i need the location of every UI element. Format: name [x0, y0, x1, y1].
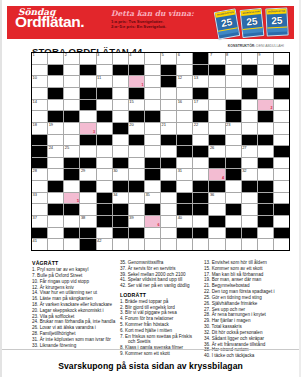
white-cell[interactable] — [242, 193, 257, 204]
white-cell[interactable]: 17 — [193, 100, 208, 111]
white-cell[interactable]: 12 — [177, 76, 192, 87]
white-cell[interactable] — [274, 100, 289, 111]
white-cell[interactable] — [258, 228, 273, 239]
white-cell[interactable] — [177, 181, 192, 192]
black-cell — [32, 228, 47, 239]
white-cell[interactable] — [64, 216, 79, 227]
white-cell[interactable] — [258, 65, 273, 76]
white-cell[interactable]: 28 — [32, 169, 47, 180]
white-cell[interactable]: 21 — [161, 123, 176, 134]
lottery-ticket: SVERIGELOTTEN 25 — [214, 8, 241, 39]
white-cell[interactable] — [32, 204, 47, 215]
pink-solution-cell[interactable]: 1 — [129, 76, 144, 87]
black-cell — [177, 193, 192, 204]
white-cell[interactable] — [258, 123, 273, 134]
white-cell[interactable] — [113, 100, 128, 111]
white-cell[interactable] — [274, 169, 289, 180]
white-cell[interactable] — [97, 181, 112, 192]
white-cell[interactable] — [48, 193, 63, 204]
white-cell[interactable] — [177, 123, 192, 134]
white-cell[interactable] — [48, 169, 63, 180]
black-cell — [129, 228, 144, 239]
solution-letter-index: 6 — [158, 223, 160, 227]
cell-number: 26 — [210, 146, 214, 151]
black-cell — [193, 65, 208, 76]
white-cell[interactable] — [209, 123, 224, 134]
white-cell[interactable] — [274, 76, 289, 87]
white-cell[interactable] — [80, 111, 95, 122]
white-cell[interactable] — [161, 88, 176, 99]
prize-line-2: 2:a–5:e pris: En Sverigelott. — [111, 24, 216, 29]
white-cell[interactable] — [145, 239, 160, 250]
white-cell[interactable] — [274, 53, 289, 64]
white-cell[interactable]: 2 — [64, 53, 79, 64]
black-cell — [80, 65, 95, 76]
black-cell — [113, 65, 128, 76]
white-cell[interactable] — [226, 88, 241, 99]
constructor-label: KONSTRUKTÖR: — [228, 44, 256, 48]
white-cell[interactable]: 36 — [209, 193, 224, 204]
white-cell[interactable] — [145, 100, 160, 111]
black-cell — [80, 135, 95, 146]
white-cell[interactable]: 42 — [97, 239, 112, 250]
white-cell[interactable] — [48, 135, 63, 146]
down-clue-list: 1. Bräde med toppar på2. Blir gjord till… — [120, 299, 200, 356]
white-cell[interactable] — [48, 228, 63, 239]
black-cell — [113, 216, 128, 227]
white-cell[interactable] — [242, 100, 257, 111]
crossword-grid[interactable]: 1234567891011112131415161721819320212223… — [32, 53, 289, 250]
white-cell[interactable] — [129, 146, 144, 157]
white-cell[interactable] — [274, 135, 289, 146]
cell-number: 2 — [65, 53, 67, 58]
white-cell[interactable] — [258, 239, 273, 250]
white-cell[interactable] — [48, 158, 63, 169]
white-cell[interactable] — [226, 193, 241, 204]
white-cell[interactable] — [274, 239, 289, 250]
white-cell[interactable] — [209, 204, 224, 215]
white-cell[interactable] — [97, 146, 112, 157]
white-cell[interactable] — [226, 239, 241, 250]
white-cell[interactable] — [32, 181, 47, 192]
white-cell[interactable]: 32 — [242, 169, 257, 180]
clues-column-3: 13. Envishet som hör till åldern15. Komm… — [204, 260, 292, 359]
clue-item: 1. Pryl som tar av en kapsyl — [32, 267, 116, 272]
white-cell[interactable]: 40 — [177, 216, 192, 227]
white-cell[interactable]: 4 — [129, 53, 144, 64]
white-cell[interactable]: 10 — [32, 76, 47, 87]
white-cell[interactable] — [274, 158, 289, 169]
white-cell[interactable] — [193, 239, 208, 250]
white-cell[interactable] — [145, 53, 160, 64]
white-cell[interactable] — [113, 135, 128, 146]
solution-letter-index: 3 — [93, 130, 95, 134]
white-cell[interactable] — [177, 88, 192, 99]
black-cell — [193, 204, 208, 215]
white-cell[interactable]: 24 — [48, 146, 63, 157]
cell-number: 13 — [194, 76, 198, 81]
white-cell[interactable] — [242, 76, 257, 87]
clue-item: 39. Sekel mellan 2000 och 2100 — [120, 272, 200, 277]
clue-item: 35. Genomsnittssiffra — [120, 260, 200, 265]
white-cell[interactable] — [129, 239, 144, 250]
white-cell[interactable] — [113, 146, 128, 157]
cell-number: 10 — [33, 76, 37, 81]
cell-number: 34 — [113, 193, 117, 198]
white-cell[interactable] — [145, 135, 160, 146]
white-cell[interactable] — [177, 111, 192, 122]
white-cell[interactable] — [226, 65, 241, 76]
white-cell[interactable]: 22 — [193, 123, 208, 134]
cell-number: 33 — [33, 193, 37, 198]
white-cell[interactable] — [129, 193, 144, 204]
white-cell[interactable]: 38 — [80, 216, 95, 227]
lottery-tickets: SVERIGELOTTEN 25 SVERIGELOTTEN 25 SVERIG… — [216, 8, 290, 37]
white-cell[interactable] — [48, 216, 63, 227]
white-cell[interactable] — [242, 111, 257, 122]
white-cell[interactable] — [209, 88, 224, 99]
white-cell[interactable] — [129, 169, 144, 180]
white-cell[interactable] — [145, 65, 160, 76]
white-cell[interactable]: 23 — [226, 123, 241, 134]
clue-item: 36. Är ett frånvarande tillstånd — [204, 342, 292, 347]
down-heading: LODRÄTT — [120, 292, 200, 298]
white-cell[interactable] — [226, 181, 241, 192]
publication-logo: Söndag Ordflätan. — [15, 8, 84, 30]
white-cell[interactable] — [32, 111, 47, 122]
clue-item: 7. En friskus som svettas på Friskis och… — [120, 334, 200, 345]
black-cell — [226, 158, 241, 169]
logo-title: Ordflätan. — [15, 13, 84, 30]
white-cell[interactable]: 20 — [129, 123, 144, 134]
white-cell[interactable]: 15 — [129, 100, 144, 111]
black-cell — [32, 146, 47, 157]
white-cell[interactable]: 19 — [48, 123, 63, 134]
black-cell — [209, 216, 224, 227]
white-cell[interactable]: 41 — [32, 239, 47, 250]
white-cell[interactable] — [258, 76, 273, 87]
white-cell[interactable] — [145, 181, 160, 192]
black-cell — [193, 228, 208, 239]
cell-number: 6 — [178, 53, 180, 58]
white-cell[interactable] — [113, 239, 128, 250]
white-cell[interactable]: 11 — [97, 76, 112, 87]
cell-number: 39 — [129, 216, 133, 221]
constructor-credit: KONSTRUKTÖR: DENI ABDULLAHI — [228, 44, 284, 48]
white-cell[interactable]: 25 — [64, 146, 79, 157]
black-cell — [209, 158, 224, 169]
white-cell[interactable] — [161, 204, 176, 215]
clue-item: 34. Sådant ligger och skräpar — [204, 336, 292, 341]
white-cell[interactable] — [113, 88, 128, 99]
black-cell — [97, 111, 112, 122]
pink-solution-cell[interactable]: 4 — [209, 169, 224, 180]
black-cell — [274, 88, 289, 99]
cell-number: 17 — [194, 100, 198, 105]
black-cell — [258, 181, 273, 192]
white-cell[interactable] — [242, 53, 257, 64]
white-cell[interactable] — [161, 228, 176, 239]
clue-item: 21. Begynnelsebostad — [204, 283, 292, 288]
white-cell[interactable] — [64, 181, 79, 192]
white-cell[interactable] — [274, 216, 289, 227]
white-cell[interactable] — [274, 181, 289, 192]
black-cell — [145, 204, 160, 215]
cell-number: 16 — [178, 100, 182, 105]
white-cell[interactable] — [48, 76, 63, 87]
white-cell[interactable] — [209, 228, 224, 239]
white-cell[interactable] — [97, 169, 112, 180]
clue-item: 41. Spelar vildsint band upp till — [120, 277, 200, 282]
white-cell[interactable] — [64, 123, 79, 134]
white-cell[interactable] — [97, 158, 112, 169]
clue-item: 15. Kommer som av ett skott — [204, 266, 292, 271]
white-cell[interactable] — [145, 76, 160, 87]
white-cell[interactable]: 7 — [209, 53, 224, 64]
white-cell[interactable] — [209, 239, 224, 250]
white-cell[interactable] — [193, 169, 208, 180]
cell-number: 19 — [49, 123, 53, 128]
cell-number: 20 — [129, 123, 133, 128]
white-cell[interactable] — [97, 100, 112, 111]
clue-item: 5. Kommer från höstack — [120, 322, 200, 327]
white-cell[interactable]: 31 — [177, 169, 192, 180]
white-cell[interactable] — [64, 76, 79, 87]
white-cell[interactable] — [274, 193, 289, 204]
clue-item: 17. Man kan bli så förbannad — [204, 272, 292, 277]
white-cell[interactable] — [177, 65, 192, 76]
cell-number: 1 — [33, 53, 35, 58]
black-cell — [80, 100, 95, 111]
white-cell[interactable]: 1 — [32, 53, 47, 64]
white-cell[interactable]: 6 — [177, 53, 192, 64]
pink-solution-cell[interactable]: 5 — [64, 193, 79, 204]
black-cell — [177, 135, 192, 146]
cell-number: 22 — [194, 123, 198, 128]
clue-item: 42. Ser väl ner på en vanlig dödlig — [120, 283, 200, 288]
white-cell[interactable] — [145, 146, 160, 157]
white-cell[interactable] — [226, 216, 241, 227]
white-cell[interactable]: 14 — [32, 100, 47, 111]
white-cell[interactable] — [145, 123, 160, 134]
white-cell[interactable] — [32, 88, 47, 99]
white-cell[interactable]: 5 — [161, 53, 176, 64]
white-cell[interactable] — [242, 158, 257, 169]
black-cell — [48, 88, 63, 99]
black-cell — [274, 204, 289, 215]
white-cell[interactable] — [274, 111, 289, 122]
white-cell[interactable]: 34 — [113, 193, 128, 204]
white-cell[interactable] — [129, 158, 144, 169]
white-cell[interactable] — [64, 88, 79, 99]
clue-item: 20. Lagar skeppskock ekonomiskt i — [32, 308, 116, 313]
white-cell[interactable] — [161, 169, 176, 180]
cell-number: 41 — [33, 239, 37, 244]
cell-number: 5 — [162, 53, 164, 58]
black-cell — [129, 88, 144, 99]
white-cell[interactable] — [97, 123, 112, 134]
white-cell[interactable]: 26 — [209, 146, 224, 157]
white-cell[interactable] — [161, 111, 176, 122]
black-cell — [113, 123, 128, 134]
cell-number: 3 — [97, 53, 99, 58]
white-cell[interactable] — [161, 193, 176, 204]
white-cell[interactable] — [177, 239, 192, 250]
black-cell — [145, 158, 160, 169]
cell-number: 8 — [226, 53, 228, 58]
white-cell[interactable] — [258, 88, 273, 99]
clue-item: 1. Bräde med toppar på — [120, 299, 200, 304]
white-cell[interactable] — [177, 158, 192, 169]
white-cell[interactable]: 8 — [226, 53, 241, 64]
white-cell[interactable] — [258, 146, 273, 157]
white-cell[interactable] — [145, 88, 160, 99]
cell-number: 9 — [258, 53, 260, 58]
black-cell — [48, 65, 63, 76]
white-cell[interactable] — [32, 65, 47, 76]
black-cell — [258, 135, 273, 146]
cell-number: 38 — [81, 216, 85, 221]
white-cell[interactable]: 39 — [129, 216, 144, 227]
cell-number: 36 — [210, 193, 214, 198]
clue-item: 32. Dit hör också personalen — [204, 330, 292, 335]
black-cell — [80, 239, 95, 250]
clue-item: 30. Total kassakris — [204, 324, 292, 329]
white-cell[interactable]: 27 — [242, 146, 257, 157]
white-cell[interactable] — [80, 193, 95, 204]
white-cell[interactable] — [64, 65, 79, 76]
black-cell — [129, 135, 144, 146]
white-cell[interactable] — [97, 65, 112, 76]
white-cell[interactable] — [64, 239, 79, 250]
white-cell[interactable] — [80, 204, 95, 215]
white-cell[interactable]: 18 — [32, 123, 47, 134]
white-cell[interactable]: 37 — [32, 216, 47, 227]
white-cell[interactable] — [129, 204, 144, 215]
white-cell[interactable] — [48, 239, 63, 250]
white-cell[interactable] — [161, 216, 176, 227]
clue-item: 29. Har fjärilar i magen — [204, 318, 292, 323]
black-cell — [226, 228, 241, 239]
white-cell[interactable] — [242, 216, 257, 227]
white-cell[interactable] — [242, 204, 257, 215]
solution-letter-index: 2 — [270, 106, 272, 110]
white-cell[interactable] — [258, 169, 273, 180]
clue-item: 33. Liknande förening — [32, 343, 116, 348]
black-cell — [258, 216, 273, 227]
white-cell[interactable] — [226, 76, 241, 87]
black-cell — [161, 65, 176, 76]
clue-item: 37. Är servis för en servitris — [120, 266, 200, 271]
white-cell[interactable] — [80, 146, 95, 157]
white-cell[interactable] — [113, 53, 128, 64]
black-cell — [80, 228, 95, 239]
clue-item: 19. Bor man, anser där man — [204, 277, 292, 282]
white-cell[interactable] — [274, 123, 289, 134]
white-cell[interactable] — [161, 146, 176, 157]
white-cell[interactable]: 33 — [32, 193, 47, 204]
white-cell[interactable] — [48, 53, 63, 64]
cell-number: 32 — [242, 169, 246, 174]
cell-number: 11 — [97, 76, 101, 81]
white-cell[interactable] — [161, 100, 176, 111]
white-cell[interactable] — [80, 53, 95, 64]
lottery-ticket: SVERIGELOTTEN 25 — [265, 7, 288, 36]
white-cell[interactable] — [242, 123, 257, 134]
white-cell[interactable]: 35 — [145, 193, 160, 204]
pink-solution-cell[interactable]: 3 — [80, 123, 95, 134]
black-cell — [145, 111, 160, 122]
white-cell[interactable] — [193, 216, 208, 227]
white-cell[interactable] — [145, 228, 160, 239]
black-cell — [242, 88, 257, 99]
cell-number: 31 — [178, 169, 182, 174]
clue-item: 28. Familjetillhörighet — [32, 331, 116, 336]
cell-number: 23 — [226, 123, 230, 128]
white-cell[interactable] — [209, 100, 224, 111]
prize-info: Detta kan du vinna: 1:a pris: Två Sverig… — [111, 9, 216, 30]
white-cell[interactable] — [64, 135, 79, 146]
white-cell[interactable] — [209, 111, 224, 122]
black-cell — [161, 181, 176, 192]
white-cell[interactable] — [193, 158, 208, 169]
black-cell — [32, 158, 47, 169]
white-cell[interactable]: 29 — [80, 169, 95, 180]
cell-number: 30 — [113, 169, 117, 174]
white-cell[interactable] — [113, 76, 128, 87]
black-cell — [226, 169, 241, 180]
black-cell — [97, 204, 112, 215]
white-cell[interactable] — [48, 100, 63, 111]
white-cell[interactable] — [226, 146, 241, 157]
pink-solution-cell[interactable]: 2 — [258, 100, 273, 111]
black-cell — [129, 111, 144, 122]
white-cell[interactable] — [97, 228, 112, 239]
black-cell — [258, 204, 273, 215]
clue-item: 4. Forum för bra relationer — [120, 316, 200, 321]
black-cell — [193, 181, 208, 192]
white-cell[interactable] — [161, 239, 176, 250]
white-cell[interactable]: 9 — [258, 53, 273, 64]
cell-number: 29 — [81, 169, 85, 174]
white-cell[interactable] — [64, 100, 79, 111]
clue-item: 28. Är rena barnungen i knytet — [204, 312, 292, 317]
clue-item: 18. Är varken kvackare eller kolvackare — [32, 302, 116, 307]
clues-column-1: VÅGRÄTT 1. Pryl som tar av en kapsyl7. B… — [32, 260, 116, 349]
black-cell — [209, 65, 224, 76]
white-cell[interactable]: 3 — [97, 53, 112, 64]
white-cell[interactable]: 16 — [177, 100, 192, 111]
down-clue-list-continued: 13. Envishet som hör till åldern15. Komm… — [204, 260, 292, 359]
white-cell[interactable] — [209, 76, 224, 87]
black-cell — [193, 111, 208, 122]
white-cell[interactable] — [242, 239, 257, 250]
black-cell — [177, 204, 192, 215]
pink-solution-cell[interactable]: 6 — [145, 216, 160, 227]
white-cell[interactable]: 13 — [193, 76, 208, 87]
white-cell[interactable]: 30 — [113, 169, 128, 180]
black-cell — [274, 146, 289, 157]
white-cell[interactable] — [80, 76, 95, 87]
prize-headline: Detta kan du vinna: — [111, 9, 216, 18]
black-cell — [64, 158, 79, 169]
white-cell[interactable] — [193, 135, 208, 146]
white-cell[interactable] — [226, 135, 241, 146]
clue-item: 14. Visar hur en utlänning ser ut — [32, 290, 116, 295]
clue-item: 6. Kort med hjälte i mitten — [120, 328, 200, 333]
black-cell — [64, 169, 79, 180]
white-cell[interactable] — [113, 111, 128, 122]
